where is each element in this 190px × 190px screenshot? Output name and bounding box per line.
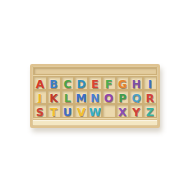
top-long-slot-compartment: [33, 67, 157, 75]
letter-tile-k: K: [49, 92, 58, 103]
product-photo-scene: ABCDEFGHIJKLMNOPQRSTUVWXYZ: [0, 0, 190, 190]
letter-cell-n: N: [88, 90, 102, 104]
letter-tile-u: U: [63, 106, 72, 117]
letter-cell-k: K: [47, 90, 61, 104]
letter-cell-f: F: [102, 76, 116, 90]
letter-cell-l: L: [61, 90, 75, 104]
letter-tile-v: V: [77, 106, 86, 117]
letter-cell-j: J: [33, 90, 47, 104]
letter-tile-h: H: [132, 78, 141, 89]
letter-tile-w: W: [89, 106, 101, 117]
letter-tile-p: P: [119, 92, 127, 103]
letter-cell-h: H: [129, 76, 143, 90]
letter-tile-b: B: [49, 78, 57, 89]
letter-compartment-grid: ABCDEFGHIJKLMNOPQRSTUVWXYZ: [33, 76, 157, 118]
letter-tile-l: L: [64, 92, 71, 103]
letter-tile-o: O: [104, 92, 113, 103]
letter-tile-t: T: [50, 106, 58, 117]
letter-tile-q: Q: [132, 92, 141, 103]
letter-tile-x: X: [118, 106, 126, 117]
letter-cell-x: X: [116, 104, 130, 118]
letter-tile-n: N: [90, 92, 99, 103]
letter-cell-m: M: [74, 90, 88, 104]
letter-cell-v: V: [74, 104, 88, 118]
letter-cell-b: B: [47, 76, 61, 90]
letter-cell-d: D: [74, 76, 88, 90]
letter-cell-w: W: [88, 104, 102, 118]
letter-tile-d: D: [77, 78, 86, 89]
letter-tile-j: J: [38, 92, 42, 103]
letter-cell-o: O: [102, 90, 116, 104]
letter-tile-y: Y: [132, 106, 140, 117]
letter-cell-g: G: [116, 76, 130, 90]
letter-tile-m: M: [76, 92, 87, 103]
letter-cell-r: R: [143, 90, 157, 104]
letter-tile-e: E: [91, 78, 99, 89]
letter-cell-s: S: [33, 104, 47, 118]
letter-tile-f: F: [105, 78, 113, 89]
letter-cell-e: E: [88, 76, 102, 90]
empty-cell: [102, 104, 116, 118]
tray-front-edge: [33, 119, 157, 125]
letter-tile-c: C: [63, 78, 71, 89]
letter-tile-r: R: [146, 92, 154, 103]
wooden-letter-tray: ABCDEFGHIJKLMNOPQRSTUVWXYZ: [30, 64, 160, 128]
letter-cell-p: P: [116, 90, 130, 104]
letter-cell-z: Z: [143, 104, 157, 118]
letter-cell-u: U: [61, 104, 75, 118]
letter-cell-a: A: [33, 76, 47, 90]
letter-cell-y: Y: [129, 104, 143, 118]
letter-cell-i: I: [143, 76, 157, 90]
letter-tile-g: G: [118, 78, 127, 89]
letter-tile-s: S: [36, 106, 44, 117]
letter-cell-q: Q: [129, 90, 143, 104]
letter-tile-i: I: [148, 78, 152, 89]
letter-tile-z: Z: [146, 106, 154, 117]
letter-tile-a: A: [36, 78, 45, 89]
letter-cell-t: T: [47, 104, 61, 118]
letter-cell-c: C: [61, 76, 75, 90]
